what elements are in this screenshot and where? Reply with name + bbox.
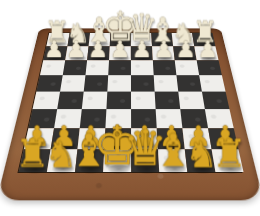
square[interactable] <box>60 75 85 91</box>
square[interactable] <box>40 60 65 75</box>
board-scene: ♜♞♝♚♛♝♞♜♟♟♟♟♟♟♟♟♟♟♟♟♟♟♟♟♜♞♝♚♛♝♞♜ <box>0 0 260 216</box>
square[interactable] <box>202 92 230 110</box>
screenshot-viewport: ♜♞♝♚♛♝♞♜♟♟♟♟♟♟♟♟♟♟♟♟♟♟♟♟♜♞♝♚♛♝♞♜ <box>0 0 260 216</box>
square[interactable]: ♟ <box>152 46 175 60</box>
square[interactable] <box>131 75 155 91</box>
square[interactable] <box>82 92 108 110</box>
square[interactable] <box>175 60 199 75</box>
square[interactable] <box>131 92 156 110</box>
piece-white-pawn[interactable]: ♟ <box>197 38 218 61</box>
square[interactable]: ♟ <box>194 46 218 60</box>
square[interactable]: ♞ <box>185 149 216 172</box>
square[interactable] <box>176 75 201 91</box>
square[interactable]: ♟ <box>87 46 110 60</box>
square[interactable] <box>108 60 131 75</box>
square[interactable] <box>84 75 109 91</box>
square[interactable]: ♟ <box>109 46 131 60</box>
square[interactable] <box>178 92 205 110</box>
square[interactable]: ♜ <box>212 149 244 172</box>
piece-white-pawn[interactable]: ♟ <box>88 38 109 61</box>
square[interactable] <box>63 60 87 75</box>
square[interactable] <box>197 60 222 75</box>
square[interactable] <box>33 92 60 110</box>
piece-white-pawn[interactable]: ♟ <box>176 38 197 61</box>
square[interactable] <box>155 92 181 110</box>
square[interactable] <box>154 75 179 91</box>
piece-white-pawn[interactable]: ♟ <box>66 38 87 61</box>
wood-board-frame: ♜♞♝♚♛♝♞♜♟♟♟♟♟♟♟♟♟♟♟♟♟♟♟♟♜♞♝♚♛♝♞♜ <box>0 28 260 200</box>
square[interactable]: ♝ <box>158 149 187 172</box>
chess-board: ♜♞♝♚♛♝♞♜♟♟♟♟♟♟♟♟♟♟♟♟♟♟♟♟♜♞♝♚♛♝♞♜ <box>0 28 260 200</box>
piece-white-pawn[interactable]: ♟ <box>44 38 65 61</box>
square[interactable] <box>107 75 131 91</box>
piece-white-pawn[interactable]: ♟ <box>154 38 175 61</box>
square[interactable] <box>36 75 62 91</box>
board-grid: ♜♞♝♚♛♝♞♜♟♟♟♟♟♟♟♟♟♟♟♟♟♟♟♟♜♞♝♚♛♝♞♜ <box>17 33 242 173</box>
piece-white-pawn[interactable]: ♟ <box>110 38 131 61</box>
square[interactable] <box>131 60 154 75</box>
square[interactable]: ♟ <box>43 46 67 60</box>
square[interactable] <box>199 75 225 91</box>
square[interactable] <box>85 60 109 75</box>
piece-white-pawn[interactable]: ♟ <box>132 38 153 61</box>
square[interactable] <box>57 92 84 110</box>
square[interactable] <box>153 60 177 75</box>
square[interactable] <box>106 92 131 110</box>
square[interactable]: ♟ <box>173 46 196 60</box>
square[interactable]: ♟ <box>65 46 88 60</box>
piece-black-rook[interactable]: ♜ <box>212 134 247 173</box>
square[interactable]: ♟ <box>131 46 153 60</box>
